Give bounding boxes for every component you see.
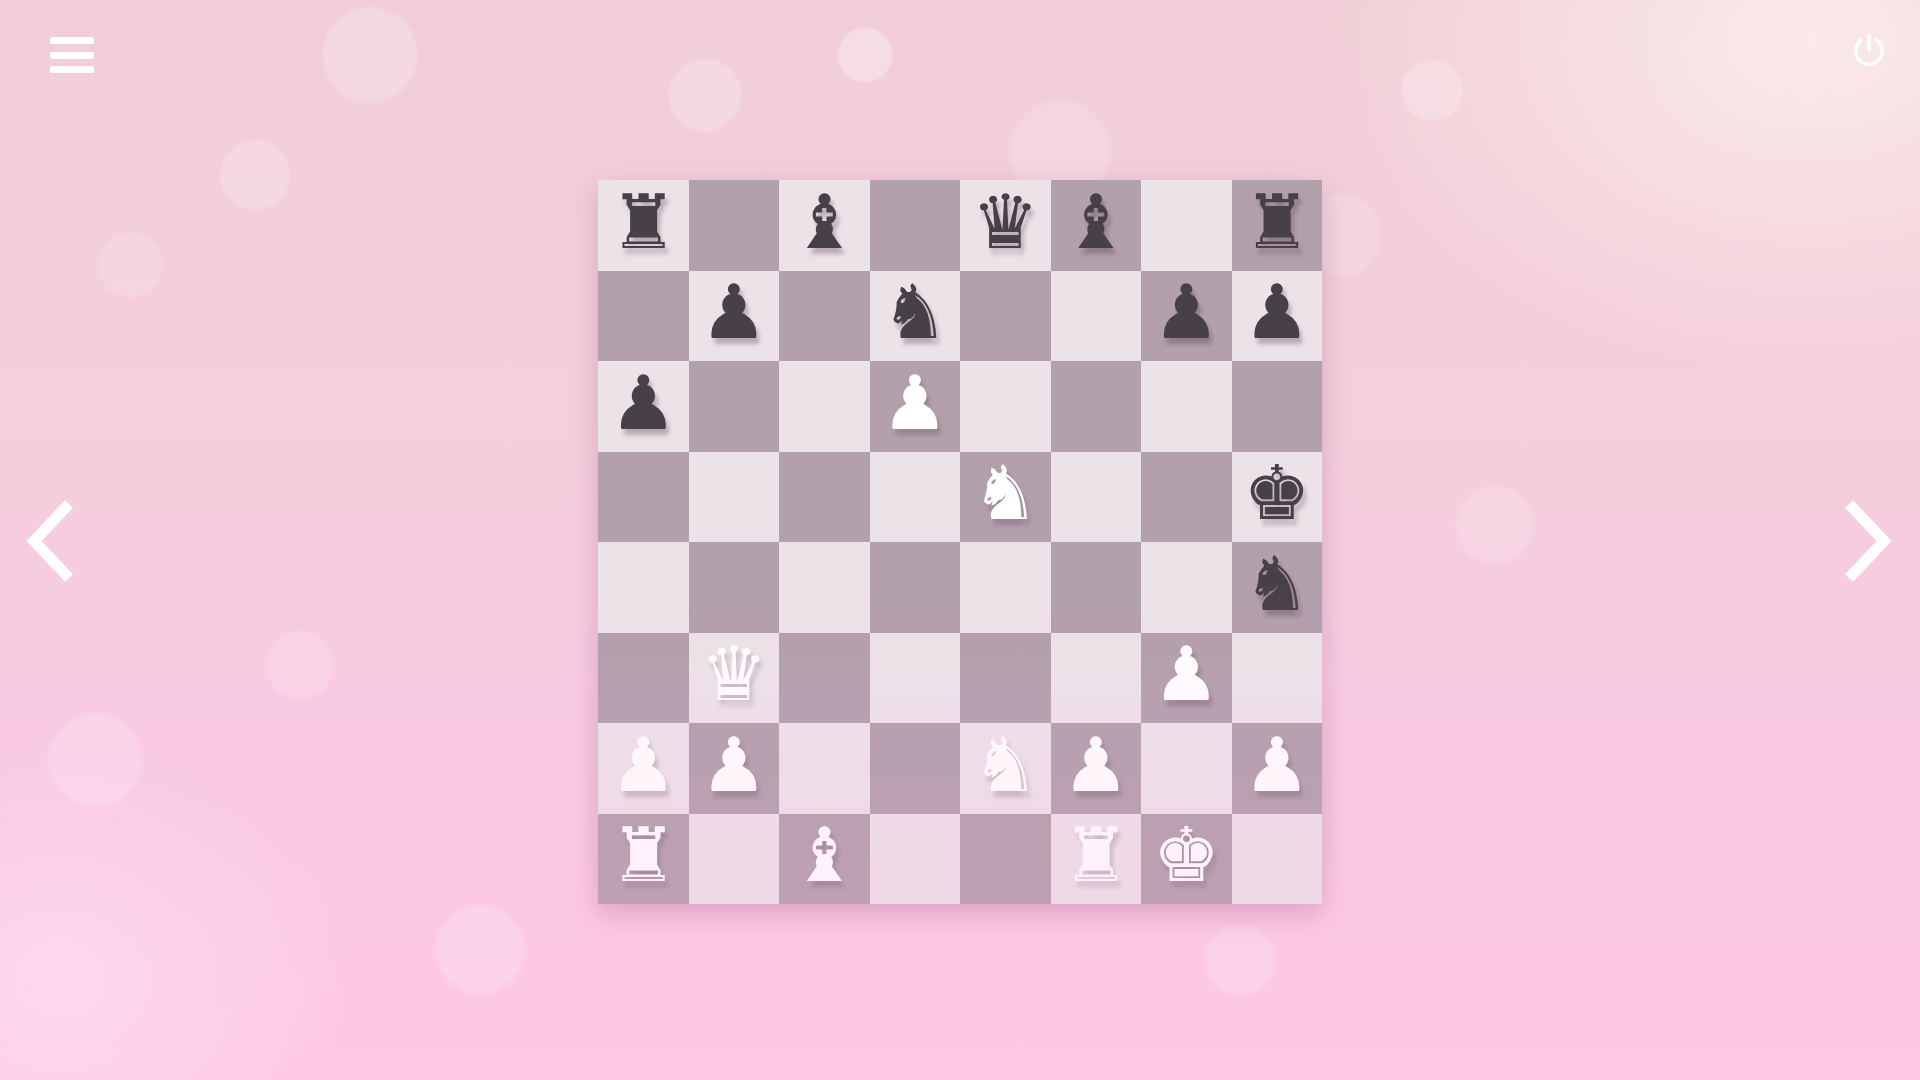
white-knight[interactable]: ♞ — [972, 728, 1039, 803]
square-c7[interactable] — [779, 271, 870, 362]
square-d1[interactable] — [870, 814, 961, 905]
square-a7[interactable] — [598, 271, 689, 362]
black-pawn[interactable]: ♟ — [1243, 275, 1310, 350]
square-d5[interactable] — [870, 452, 961, 543]
white-pawn[interactable]: ♟ — [1062, 728, 1129, 803]
square-a5[interactable] — [598, 452, 689, 543]
white-pawn[interactable]: ♟ — [700, 728, 767, 803]
black-knight[interactable]: ♞ — [881, 275, 948, 350]
square-b4[interactable] — [689, 542, 780, 633]
power-button[interactable] — [1849, 31, 1889, 71]
square-f7[interactable] — [1051, 271, 1142, 362]
square-e7[interactable] — [960, 271, 1051, 362]
chess-board: ♜♝♛♝♜♟♞♟♟♟♟♞♚♞♛♟♟♟♞♟♟♜♝♜♚ — [598, 180, 1322, 904]
square-h2[interactable]: ♟ — [1232, 723, 1323, 814]
square-d3[interactable] — [870, 633, 961, 724]
square-e8[interactable]: ♛ — [960, 180, 1051, 271]
white-knight[interactable]: ♞ — [972, 456, 1039, 531]
square-f1[interactable]: ♜ — [1051, 814, 1142, 905]
black-king[interactable]: ♚ — [1243, 456, 1310, 531]
next-puzzle-button[interactable] — [1842, 498, 1894, 584]
square-a6[interactable]: ♟ — [598, 361, 689, 452]
square-f2[interactable]: ♟ — [1051, 723, 1142, 814]
white-pawn[interactable]: ♟ — [881, 366, 948, 441]
square-f5[interactable] — [1051, 452, 1142, 543]
square-e3[interactable] — [960, 633, 1051, 724]
square-h1[interactable] — [1232, 814, 1323, 905]
black-rook[interactable]: ♜ — [610, 185, 677, 260]
square-b8[interactable] — [689, 180, 780, 271]
white-king[interactable]: ♚ — [1153, 818, 1220, 893]
square-d2[interactable] — [870, 723, 961, 814]
square-f8[interactable]: ♝ — [1051, 180, 1142, 271]
square-d6[interactable]: ♟ — [870, 361, 961, 452]
square-h8[interactable]: ♜ — [1232, 180, 1323, 271]
square-d4[interactable] — [870, 542, 961, 633]
square-g2[interactable] — [1141, 723, 1232, 814]
black-pawn[interactable]: ♟ — [610, 366, 677, 441]
square-g5[interactable] — [1141, 452, 1232, 543]
white-rook[interactable]: ♜ — [610, 818, 677, 893]
square-h6[interactable] — [1232, 361, 1323, 452]
square-a8[interactable]: ♜ — [598, 180, 689, 271]
white-rook[interactable]: ♜ — [1062, 818, 1129, 893]
square-c2[interactable] — [779, 723, 870, 814]
black-bishop[interactable]: ♝ — [1062, 185, 1129, 260]
square-g3[interactable]: ♟ — [1141, 633, 1232, 724]
square-c8[interactable]: ♝ — [779, 180, 870, 271]
black-bishop[interactable]: ♝ — [791, 185, 858, 260]
square-a2[interactable]: ♟ — [598, 723, 689, 814]
square-g1[interactable]: ♚ — [1141, 814, 1232, 905]
black-queen[interactable]: ♛ — [972, 185, 1039, 260]
black-pawn[interactable]: ♟ — [1153, 275, 1220, 350]
white-bishop[interactable]: ♝ — [791, 818, 858, 893]
square-c1[interactable]: ♝ — [779, 814, 870, 905]
square-d8[interactable] — [870, 180, 961, 271]
square-h4[interactable]: ♞ — [1232, 542, 1323, 633]
prev-puzzle-button[interactable] — [24, 498, 76, 584]
square-c3[interactable] — [779, 633, 870, 724]
square-h3[interactable] — [1232, 633, 1323, 724]
square-b1[interactable] — [689, 814, 780, 905]
square-g7[interactable]: ♟ — [1141, 271, 1232, 362]
square-g6[interactable] — [1141, 361, 1232, 452]
square-e1[interactable] — [960, 814, 1051, 905]
square-b6[interactable] — [689, 361, 780, 452]
white-pawn[interactable]: ♟ — [1243, 728, 1310, 803]
square-a1[interactable]: ♜ — [598, 814, 689, 905]
square-h5[interactable]: ♚ — [1232, 452, 1323, 543]
chevron-right-icon — [1842, 572, 1894, 587]
power-icon — [1849, 59, 1889, 74]
square-f4[interactable] — [1051, 542, 1142, 633]
black-rook[interactable]: ♜ — [1243, 185, 1310, 260]
square-h7[interactable]: ♟ — [1232, 271, 1323, 362]
square-e6[interactable] — [960, 361, 1051, 452]
white-pawn[interactable]: ♟ — [1153, 637, 1220, 712]
square-e2[interactable]: ♞ — [960, 723, 1051, 814]
square-b3[interactable]: ♛ — [689, 633, 780, 724]
square-g8[interactable] — [1141, 180, 1232, 271]
square-g4[interactable] — [1141, 542, 1232, 633]
square-f3[interactable] — [1051, 633, 1142, 724]
square-a3[interactable] — [598, 633, 689, 724]
white-queen[interactable]: ♛ — [700, 637, 767, 712]
white-pawn[interactable]: ♟ — [610, 728, 677, 803]
menu-button[interactable] — [50, 37, 94, 73]
square-b2[interactable]: ♟ — [689, 723, 780, 814]
square-e4[interactable] — [960, 542, 1051, 633]
square-a4[interactable] — [598, 542, 689, 633]
square-e5[interactable]: ♞ — [960, 452, 1051, 543]
black-pawn[interactable]: ♟ — [700, 275, 767, 350]
black-knight[interactable]: ♞ — [1243, 547, 1310, 622]
square-f6[interactable] — [1051, 361, 1142, 452]
square-d7[interactable]: ♞ — [870, 271, 961, 362]
chevron-left-icon — [24, 572, 76, 587]
square-b5[interactable] — [689, 452, 780, 543]
square-c4[interactable] — [779, 542, 870, 633]
square-c6[interactable] — [779, 361, 870, 452]
square-c5[interactable] — [779, 452, 870, 543]
square-b7[interactable]: ♟ — [689, 271, 780, 362]
